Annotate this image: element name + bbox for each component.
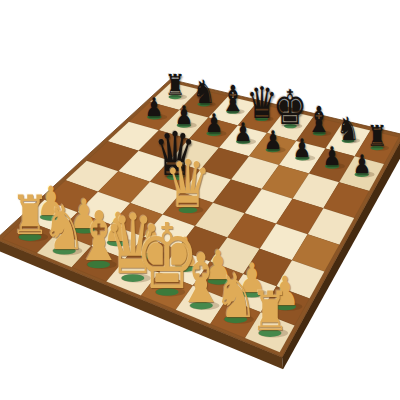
piece-black-pawn-d7[interactable]: ♟ <box>234 119 252 145</box>
piece-black-pawn-e7[interactable]: ♟ <box>264 128 282 154</box>
piece-black-pawn-h7[interactable]: ♟ <box>352 152 370 178</box>
chessboard-product-photo: ♜♞♝♟♛♟♚♟♝♞♟♜♟♟♟♟♛♛♟♟♜♟♞♟♝♟♛♟♚♟♝♟♞♜ <box>0 0 400 400</box>
piece-black-pawn-c7[interactable]: ♟ <box>204 111 222 137</box>
piece-black-pawn-f7[interactable]: ♟ <box>293 136 311 162</box>
piece-black-knight-b8[interactable]: ♞ <box>192 76 215 108</box>
piece-white-rook-h1[interactable]: ♜ <box>251 285 290 339</box>
piece-black-rook-a8[interactable]: ♜ <box>165 72 185 101</box>
piece-black-rook-h8[interactable]: ♜ <box>367 123 387 152</box>
piece-black-bishop-c8[interactable]: ♝ <box>220 80 246 116</box>
piece-black-pawn-g7[interactable]: ♟ <box>323 144 341 170</box>
piece-black-pawn-a7[interactable]: ♟ <box>145 95 163 121</box>
